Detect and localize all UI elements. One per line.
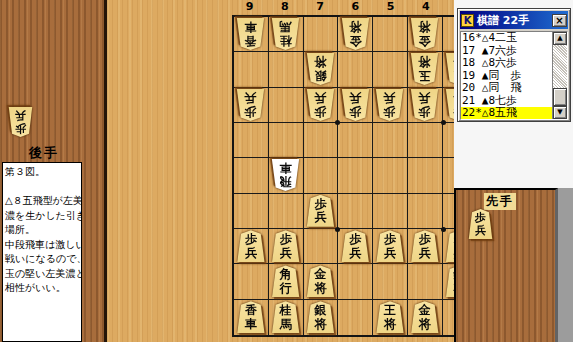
board-cell-9-4[interactable] <box>234 123 269 158</box>
board-cell-4-8[interactable] <box>408 264 443 299</box>
board-cell-6-5[interactable] <box>338 158 373 193</box>
piece-face: 歩兵 <box>468 209 493 239</box>
scrollbar-thumb[interactable] <box>553 88 567 106</box>
shogi-piece-歩兵[interactable]: 歩兵 <box>468 209 493 239</box>
board-cell-6-3[interactable]: 歩兵 <box>338 88 373 123</box>
sente-captured-panel: 先手 歩兵 <box>454 188 558 342</box>
board-cell-6-9[interactable] <box>338 300 373 335</box>
gote-hand-area: 歩兵 <box>8 107 33 137</box>
file-label-8: 8 <box>267 0 302 14</box>
board-cell-5-7[interactable]: 歩兵 <box>373 229 408 264</box>
piece-face: 歩兵 <box>8 107 33 137</box>
commentary-line <box>5 180 79 195</box>
piece-face: 歩兵 <box>306 195 335 227</box>
shogi-piece-歩兵[interactable]: 歩兵 <box>375 89 404 121</box>
commentary-line: 濃を生かした引き <box>5 209 79 224</box>
commentary-line: △８五飛型が左美 <box>5 194 79 209</box>
shogi-app-screen: 歩兵 後手 第３図。△８五飛型が左美濃を生かした引き場所。中段飛車は激しい戦いに… <box>0 0 573 342</box>
piece-face: 歩兵 <box>375 89 404 121</box>
shogi-piece-金将[interactable]: 金将 <box>410 301 439 333</box>
board-cell-9-7[interactable]: 歩兵 <box>234 229 269 264</box>
board-cell-9-9[interactable]: 香車 <box>234 300 269 335</box>
scrollbar-track[interactable] <box>553 45 567 106</box>
piece-face: 歩兵 <box>271 230 300 262</box>
piece-face: 銀将 <box>306 53 335 85</box>
kifu-titlebar[interactable]: K 棋譜 22手 × <box>460 11 568 29</box>
commentary-line: 戦いになるので、 <box>5 252 79 267</box>
shogi-piece-銀将[interactable]: 銀将 <box>306 301 335 333</box>
commentary-line: 玉の堅い左美濃と <box>5 267 79 282</box>
board-cell-9-1[interactable]: 香車 <box>234 17 269 52</box>
board-cell-4-4[interactable] <box>408 123 443 158</box>
board-cell-7-6[interactable]: 歩兵 <box>304 194 339 229</box>
close-icon[interactable]: × <box>552 14 567 27</box>
star-point <box>441 120 446 125</box>
shogi-piece-歩兵[interactable]: 歩兵 <box>306 195 335 227</box>
board-cell-8-2[interactable] <box>269 52 304 87</box>
shogi-piece-金将[interactable]: 金将 <box>410 18 439 50</box>
board-cell-5-1[interactable] <box>373 17 408 52</box>
shogi-piece-角行[interactable]: 角行 <box>271 265 300 297</box>
piece-face: 歩兵 <box>341 230 370 262</box>
shogi-piece-銀将[interactable]: 銀将 <box>306 53 335 85</box>
kifu-window-title: 棋譜 22手 <box>477 13 552 28</box>
board-cell-4-3[interactable]: 歩兵 <box>408 88 443 123</box>
board-cell-5-5[interactable] <box>373 158 408 193</box>
sente-hand-area: 歩兵 <box>468 209 493 239</box>
scroll-up-icon[interactable]: ▲ <box>553 32 567 45</box>
piece-face: 歩兵 <box>341 89 370 121</box>
shogi-piece-歩兵[interactable]: 歩兵 <box>8 107 33 137</box>
file-label-9: 9 <box>232 0 267 14</box>
commentary-line: 場所。 <box>5 223 79 238</box>
board-cell-5-8[interactable] <box>373 264 408 299</box>
board-cell-9-6[interactable] <box>234 194 269 229</box>
board-cell-8-1[interactable]: 桂馬 <box>269 17 304 52</box>
shogi-piece-金将[interactable]: 金将 <box>306 265 335 297</box>
commentary-line: 中段飛車は激しい <box>5 238 79 253</box>
board-cell-8-3[interactable] <box>269 88 304 123</box>
board-cell-5-3[interactable]: 歩兵 <box>373 88 408 123</box>
board-cell-8-7[interactable]: 歩兵 <box>269 229 304 264</box>
board-cell-8-6[interactable] <box>269 194 304 229</box>
shogi-piece-歩兵[interactable]: 歩兵 <box>306 89 335 121</box>
gote-captured-panel: 歩兵 後手 第３図。△８五飛型が左美濃を生かした引き場所。中段飛車は激しい戦いに… <box>0 0 104 342</box>
board-cell-5-4[interactable] <box>373 123 408 158</box>
gote-label: 後手 <box>0 144 88 162</box>
kifu-move-row[interactable]: 20 △同 飛 <box>461 82 552 95</box>
shogi-piece-香車[interactable]: 香車 <box>236 18 265 50</box>
piece-face: 歩兵 <box>236 89 265 121</box>
app-icon: K <box>461 14 474 27</box>
file-label-7: 7 <box>302 0 337 14</box>
piece-face: 角行 <box>271 265 300 297</box>
sente-label: 先手 <box>484 193 516 210</box>
board-cell-7-2[interactable]: 銀将 <box>304 52 339 87</box>
shogi-piece-歩兵[interactable]: 歩兵 <box>375 230 404 262</box>
board-cell-9-5[interactable] <box>234 158 269 193</box>
piece-face: 金将 <box>410 301 439 333</box>
commentary-line: 第３図。 <box>5 165 79 180</box>
board-cell-7-7[interactable] <box>304 229 339 264</box>
board-cell-7-8[interactable]: 金将 <box>304 264 339 299</box>
board-cell-9-3[interactable]: 歩兵 <box>234 88 269 123</box>
board-cell-4-2[interactable]: 玉将 <box>408 52 443 87</box>
board-panel: 987654321 一二三四五六七八九 香車桂馬金将金将桂馬香車銀将玉将銀将角行… <box>107 0 454 342</box>
right-panel: K 棋譜 22手 × 16*△4二玉17 ▲7六歩18 △8六歩19 ▲同 歩2… <box>454 0 573 342</box>
star-point <box>335 120 340 125</box>
piece-face: 歩兵 <box>410 89 439 121</box>
shogi-piece-桂馬[interactable]: 桂馬 <box>271 18 300 50</box>
board-cell-4-1[interactable]: 金将 <box>408 17 443 52</box>
shogi-piece-香車[interactable]: 香車 <box>236 301 265 333</box>
board-cell-4-6[interactable] <box>408 194 443 229</box>
board-cell-6-1[interactable]: 金将 <box>338 17 373 52</box>
board-cell-8-9[interactable]: 桂馬 <box>269 300 304 335</box>
shogi-piece-金将[interactable]: 金将 <box>341 18 370 50</box>
shogi-piece-桂馬[interactable]: 桂馬 <box>271 301 300 333</box>
kifu-move-row[interactable]: 16*△4二玉 <box>461 32 552 45</box>
commentary-line: 相性がいい。 <box>5 281 79 296</box>
piece-face: 金将 <box>410 18 439 50</box>
shogi-piece-歩兵[interactable]: 歩兵 <box>236 89 265 121</box>
board-cell-6-4[interactable] <box>338 123 373 158</box>
board-cell-8-4[interactable] <box>269 123 304 158</box>
board-cell-4-9[interactable]: 金将 <box>408 300 443 335</box>
piece-face: 香車 <box>236 301 265 333</box>
board-cell-4-5[interactable] <box>408 158 443 193</box>
board-cell-7-4[interactable] <box>304 123 339 158</box>
shogi-piece-歩兵[interactable]: 歩兵 <box>341 230 370 262</box>
shogi-piece-歩兵[interactable]: 歩兵 <box>236 230 265 262</box>
piece-face: 歩兵 <box>375 230 404 262</box>
piece-face: 歩兵 <box>236 230 265 262</box>
board-cell-6-6[interactable] <box>338 194 373 229</box>
star-point <box>441 227 446 232</box>
piece-face: 歩兵 <box>306 89 335 121</box>
shogi-piece-歩兵[interactable]: 歩兵 <box>410 230 439 262</box>
shogi-piece-飛車[interactable]: 飛車 <box>271 159 300 191</box>
scrollbar[interactable]: ▲ ▼ <box>552 32 567 119</box>
board-cell-7-5[interactable] <box>304 158 339 193</box>
kifu-move-row[interactable]: 18 △8六歩 <box>461 57 552 70</box>
board-cell-5-9[interactable]: 王将 <box>373 300 408 335</box>
piece-face: 玉将 <box>410 53 439 85</box>
board-cell-9-2[interactable] <box>234 52 269 87</box>
piece-face: 金将 <box>341 18 370 50</box>
board-cell-9-8[interactable] <box>234 264 269 299</box>
piece-face: 香車 <box>236 18 265 50</box>
shogi-piece-歩兵[interactable]: 歩兵 <box>341 89 370 121</box>
shogi-piece-玉将[interactable]: 玉将 <box>410 53 439 85</box>
board-cell-7-3[interactable]: 歩兵 <box>304 88 339 123</box>
file-label-4: 4 <box>408 0 443 14</box>
piece-face: 王将 <box>375 301 404 333</box>
board-cell-4-7[interactable]: 歩兵 <box>408 229 443 264</box>
board-cell-7-9[interactable]: 銀将 <box>304 300 339 335</box>
shogi-piece-歩兵[interactable]: 歩兵 <box>271 230 300 262</box>
piece-face: 銀将 <box>306 301 335 333</box>
shogi-piece-王将[interactable]: 王将 <box>375 301 404 333</box>
scroll-down-icon[interactable]: ▼ <box>553 106 567 119</box>
piece-face: 桂馬 <box>271 301 300 333</box>
commentary-box: 第３図。△８五飛型が左美濃を生かした引き場所。中段飛車は激しい戦いになるので、玉… <box>2 162 82 342</box>
board-cell-8-5[interactable]: 飛車 <box>269 158 304 193</box>
piece-face: 桂馬 <box>271 18 300 50</box>
background-strip <box>558 188 573 342</box>
piece-face: 歩兵 <box>410 230 439 262</box>
file-label-5: 5 <box>373 0 408 14</box>
kifu-window: K 棋譜 22手 × 16*△4二玉17 ▲7六歩18 △8六歩19 ▲同 歩2… <box>457 8 571 122</box>
move-list: 16*△4二玉17 ▲7六歩18 △8六歩19 ▲同 歩20 △同 飛21 ▲8… <box>460 31 568 120</box>
board-cell-5-6[interactable] <box>373 194 408 229</box>
piece-face: 飛車 <box>271 159 300 191</box>
board-cell-6-7[interactable]: 歩兵 <box>338 229 373 264</box>
kifu-move-row[interactable]: 22*△8五飛 <box>461 107 552 119</box>
board-cell-8-8[interactable]: 角行 <box>269 264 304 299</box>
shogi-piece-歩兵[interactable]: 歩兵 <box>410 89 439 121</box>
board-cell-6-8[interactable] <box>338 264 373 299</box>
board-cell-6-2[interactable] <box>338 52 373 87</box>
board-cell-5-2[interactable] <box>373 52 408 87</box>
file-label-6: 6 <box>338 0 373 14</box>
piece-face: 金将 <box>306 265 335 297</box>
board-cell-7-1[interactable] <box>304 17 339 52</box>
